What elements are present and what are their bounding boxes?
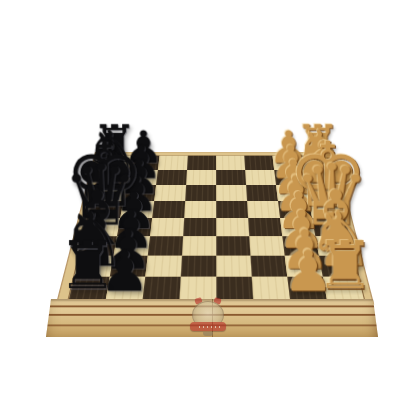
board-square [250, 256, 287, 277]
board-square: ♟ [120, 201, 154, 218]
board-square [216, 185, 247, 201]
board-scene: ♜♟♟♜♞♟♟♞♝♟♟♝♚♟♟♚♛♟♟♛♝♟♟♝♞♟♟♞♜♟♟♜ [95, 152, 335, 416]
board-square [246, 185, 278, 201]
board-square [148, 236, 183, 256]
board-square: ♚ [309, 201, 344, 218]
board-square [249, 236, 284, 256]
chess-piece-bP: ♟ [123, 127, 163, 169]
brand-watermark-logo [188, 298, 228, 338]
board-square: ♞ [319, 256, 358, 277]
board-square: ♟ [287, 277, 327, 300]
board-square [216, 201, 248, 218]
board-square [179, 277, 216, 300]
board-square: ♞ [303, 170, 336, 185]
board-square: ♟ [276, 185, 309, 201]
board-square: ♟ [278, 201, 312, 218]
board-square [216, 256, 252, 277]
board-square: ♟ [282, 236, 319, 256]
board-square [247, 201, 280, 218]
board-square [244, 156, 274, 170]
board-square [248, 218, 282, 236]
board-square: ♟ [123, 185, 156, 201]
board-square [152, 201, 185, 218]
board-square: ♟ [274, 170, 306, 185]
board-square: ♚ [88, 201, 123, 218]
board-square [216, 170, 246, 185]
product-photo: ♜♟♟♜♞♟♟♞♝♟♟♝♚♟♟♚♛♟♟♛♝♟♟♝♞♟♟♞♜♟♟♜ [0, 0, 416, 416]
board-square [183, 218, 216, 236]
board-square: ♝ [79, 236, 117, 256]
chess-board: ♜♟♟♜♞♟♟♞♝♟♟♝♚♟♟♚♛♟♟♛♝♟♟♝♞♟♟♞♜♟♟♜ [56, 152, 375, 305]
board-square: ♜ [69, 277, 110, 300]
board-square [216, 218, 249, 236]
board-square: ♟ [285, 256, 323, 277]
board-square: ♝ [92, 185, 126, 201]
board-square [185, 185, 216, 201]
board-square: ♛ [84, 218, 120, 236]
board-square [182, 236, 216, 256]
board-square [186, 170, 216, 185]
board-square [252, 277, 290, 300]
board-square [216, 156, 245, 170]
crest-tail-icon [203, 332, 213, 336]
board-square: ♟ [129, 156, 160, 170]
board-square [158, 156, 188, 170]
board-square: ♟ [117, 218, 152, 236]
board-square: ♜ [301, 156, 333, 170]
board-square: ♞ [74, 256, 113, 277]
board-square [154, 185, 186, 201]
board-square: ♝ [315, 236, 353, 256]
board-square [150, 218, 184, 236]
board-square: ♟ [126, 170, 158, 185]
crest-banner-icon [190, 322, 226, 331]
board-square [216, 236, 250, 256]
board-square: ♜ [100, 156, 132, 170]
board-square [216, 277, 253, 300]
board-square: ♟ [280, 218, 315, 236]
board-square [156, 170, 187, 185]
board-square [245, 170, 276, 185]
board-square: ♟ [106, 277, 146, 300]
board-square: ♝ [306, 185, 340, 201]
board-square: ♟ [110, 256, 148, 277]
board-square [143, 277, 181, 300]
board-square: ♜ [323, 277, 364, 300]
board-grid: ♜♟♟♜♞♟♟♞♝♟♟♝♚♟♟♚♛♟♟♛♝♟♟♝♞♟♟♞♜♟♟♜ [67, 155, 365, 300]
board-square [145, 256, 182, 277]
board-square: ♞ [96, 170, 129, 185]
board-square: ♛ [312, 218, 348, 236]
chess-piece-wR: ♜ [294, 120, 340, 169]
board-square: ♟ [272, 156, 303, 170]
board-square [181, 256, 216, 277]
board-square [187, 156, 216, 170]
board-square [184, 201, 216, 218]
board-square: ♟ [114, 236, 151, 256]
